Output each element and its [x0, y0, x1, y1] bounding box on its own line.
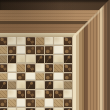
tile-r6c7-cream — [54, 81, 62, 89]
tile-r5c1-tan — [0, 73, 7, 81]
tile-r3c7-cream — [54, 55, 62, 63]
tile-r5c7-cream — [54, 73, 62, 81]
tile-r6c4-dark — [26, 81, 34, 89]
tile-r9c5-cream — [36, 108, 44, 110]
tile-r8c6-cream — [45, 99, 53, 107]
tile-r8c4-dark — [26, 99, 34, 107]
tile-r9c1-dark — [0, 108, 7, 110]
tile-r9c4-dark — [26, 108, 34, 110]
tile-r5c2-cream — [8, 73, 16, 81]
tile-r6c6-dark — [45, 81, 53, 89]
tile-r9c7-cream — [54, 108, 62, 110]
tile-r4c2-cream — [8, 64, 16, 72]
tile-r1c2-cream — [8, 37, 16, 45]
frame-liner-right — [73, 25, 84, 110]
tile-r1c1-dark — [0, 37, 7, 45]
tile-r4c7-tan — [54, 64, 62, 72]
tile-r8c7-tan — [54, 99, 62, 107]
tile-r7c6-dark — [45, 90, 53, 98]
tile-r8c3-cream — [17, 99, 25, 107]
tile-r5c4-cream — [26, 73, 34, 81]
tile-r4c3-tan — [17, 64, 25, 72]
tile-r2c5-dark — [36, 46, 44, 54]
tile-r1c6-cream — [45, 37, 53, 45]
tile-r9c3-cream — [17, 108, 25, 110]
tile-r1c8-dark — [64, 37, 72, 45]
tile-r3c6-dark — [45, 55, 53, 63]
tile-r1c4-dark — [26, 37, 34, 45]
tile-r2c7-cream — [54, 46, 62, 54]
tile-r4c5-cream — [36, 64, 44, 72]
tile-r2c2-dark — [8, 46, 16, 54]
mosaic-grid — [0, 36, 73, 110]
tile-r7c8-cream — [64, 90, 72, 98]
tile-r3c8-dark — [64, 55, 72, 63]
tile-r6c8-tan — [64, 81, 72, 89]
tile-r4c8-dark — [64, 64, 72, 72]
tile-r7c2-cream — [8, 90, 16, 98]
tile-r9c2-cream — [8, 108, 16, 110]
tile-r2c1-tan — [0, 46, 7, 54]
tile-r9c8-dark — [64, 108, 72, 110]
tile-r8c2-tan — [8, 99, 16, 107]
tile-r2c4-dark — [26, 46, 34, 54]
tile-r7c3-dark — [17, 90, 25, 98]
tile-r7c7-dark — [54, 90, 62, 98]
tile-r2c3-cream — [17, 46, 25, 54]
tile-r2c6-dark — [45, 46, 53, 54]
tile-r7c4-dark — [26, 90, 34, 98]
tile-r3c3-cream — [17, 55, 25, 63]
tile-r4c6-dark — [45, 64, 53, 72]
framed-mosaic-photo — [0, 0, 110, 110]
tile-r8c1-dark — [0, 99, 7, 107]
tile-r5c8-dark — [64, 73, 72, 81]
tile-r8c8-dark — [64, 99, 72, 107]
tile-r7c1-tan — [0, 90, 7, 98]
tile-r4c4-dark — [26, 64, 34, 72]
tile-r9c6-dark — [45, 108, 53, 110]
tile-r1c3-cream — [17, 37, 25, 45]
tile-r3c1-tan — [0, 55, 7, 63]
tile-r5c5-tan — [36, 73, 44, 81]
tile-r1c7-cream — [54, 37, 62, 45]
frame-liner-top — [0, 33, 78, 37]
tile-r6c3-cream — [17, 81, 25, 89]
tile-r1c5-tan — [36, 37, 44, 45]
tile-r4c1-dark — [0, 64, 7, 72]
tile-r7c5-cream — [36, 90, 44, 98]
tile-r2c8-dark — [64, 46, 72, 54]
tile-r8c5-tan — [36, 99, 44, 107]
tile-r3c4-cream — [26, 55, 34, 63]
frame-top-shadow-edge — [0, 0, 110, 10]
tile-r3c5-dark — [36, 55, 44, 63]
tile-r6c5-cream — [36, 81, 44, 89]
tile-r6c1-dark — [0, 81, 7, 89]
tile-r5c6-dark — [45, 73, 53, 81]
tile-r5c3-dark — [17, 73, 25, 81]
tile-r6c2-tan — [8, 81, 16, 89]
tile-r3c2-dark — [8, 55, 16, 63]
